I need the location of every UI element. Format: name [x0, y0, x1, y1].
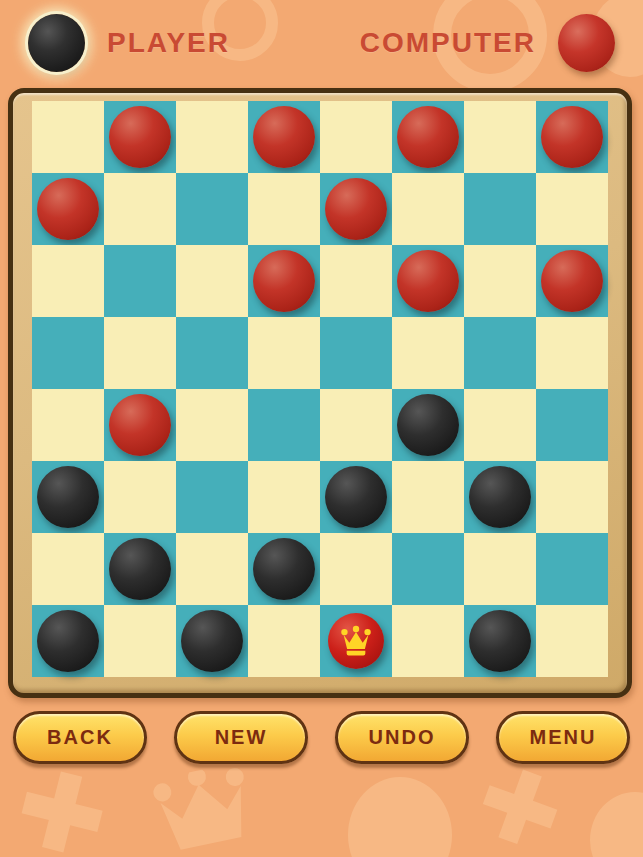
square-d3 [248, 461, 320, 533]
new-button[interactable]: NEW [174, 711, 308, 764]
square-g4 [464, 389, 536, 461]
red-piece[interactable] [541, 106, 603, 168]
square-h8[interactable] [536, 101, 608, 173]
menu-button[interactable]: MENU [496, 711, 630, 764]
square-c8 [176, 101, 248, 173]
background-plus-doodle [462, 752, 577, 857]
square-h4[interactable] [536, 389, 608, 461]
square-f8[interactable] [392, 101, 464, 173]
square-b1 [104, 605, 176, 677]
square-g1[interactable] [464, 605, 536, 677]
player-piece-indicator [28, 14, 85, 72]
red-piece[interactable] [325, 178, 387, 240]
square-b4[interactable] [104, 389, 176, 461]
square-b3 [104, 461, 176, 533]
square-e3[interactable] [320, 461, 392, 533]
square-e1[interactable] [320, 605, 392, 677]
square-g6 [464, 245, 536, 317]
square-c1[interactable] [176, 605, 248, 677]
square-a3[interactable] [32, 461, 104, 533]
square-d8[interactable] [248, 101, 320, 173]
computer-label: COMPUTER [360, 27, 536, 59]
square-a7[interactable] [32, 173, 104, 245]
square-e4 [320, 389, 392, 461]
computer-piece-indicator [558, 14, 615, 72]
square-h6[interactable] [536, 245, 608, 317]
back-button[interactable]: BACK [13, 711, 147, 764]
score-header: PLAYER COMPUTER [0, 0, 643, 86]
square-a6 [32, 245, 104, 317]
square-f3 [392, 461, 464, 533]
square-d7 [248, 173, 320, 245]
black-piece[interactable] [469, 610, 531, 672]
square-d5 [248, 317, 320, 389]
square-d6[interactable] [248, 245, 320, 317]
red-piece[interactable] [109, 106, 171, 168]
square-c6 [176, 245, 248, 317]
square-e7[interactable] [320, 173, 392, 245]
black-piece[interactable] [469, 466, 531, 528]
black-piece[interactable] [109, 538, 171, 600]
background-ellipse-doodle [345, 775, 455, 857]
square-d1 [248, 605, 320, 677]
black-piece[interactable] [325, 466, 387, 528]
square-f1 [392, 605, 464, 677]
square-b8[interactable] [104, 101, 176, 173]
square-h2[interactable] [536, 533, 608, 605]
square-f4[interactable] [392, 389, 464, 461]
player-side: PLAYER [28, 14, 230, 72]
square-f5 [392, 317, 464, 389]
square-a1[interactable] [32, 605, 104, 677]
square-b7 [104, 173, 176, 245]
square-g5[interactable] [464, 317, 536, 389]
square-f6[interactable] [392, 245, 464, 317]
background-ellipse-doodle [585, 790, 643, 857]
square-e8 [320, 101, 392, 173]
red-king-piece[interactable] [328, 613, 384, 669]
button-bar: BACK NEW UNDO MENU [0, 711, 643, 764]
square-h7 [536, 173, 608, 245]
square-e5[interactable] [320, 317, 392, 389]
square-g8 [464, 101, 536, 173]
square-c4 [176, 389, 248, 461]
undo-button[interactable]: UNDO [335, 711, 469, 764]
square-h5 [536, 317, 608, 389]
red-piece[interactable] [397, 106, 459, 168]
square-b6[interactable] [104, 245, 176, 317]
square-b5 [104, 317, 176, 389]
background-plus-doodle [5, 755, 120, 857]
square-e6 [320, 245, 392, 317]
board-grid [32, 101, 608, 677]
red-piece[interactable] [541, 250, 603, 312]
red-piece[interactable] [397, 250, 459, 312]
square-f7 [392, 173, 464, 245]
square-a2 [32, 533, 104, 605]
square-d2[interactable] [248, 533, 320, 605]
square-c5[interactable] [176, 317, 248, 389]
square-f2[interactable] [392, 533, 464, 605]
red-piece[interactable] [253, 106, 315, 168]
square-a5[interactable] [32, 317, 104, 389]
square-d4[interactable] [248, 389, 320, 461]
square-b2[interactable] [104, 533, 176, 605]
square-h3 [536, 461, 608, 533]
red-piece[interactable] [37, 178, 99, 240]
computer-side: COMPUTER [360, 14, 615, 72]
red-piece[interactable] [109, 394, 171, 456]
square-c3[interactable] [176, 461, 248, 533]
square-g2 [464, 533, 536, 605]
black-piece[interactable] [397, 394, 459, 456]
black-piece[interactable] [181, 610, 243, 672]
black-piece[interactable] [37, 466, 99, 528]
background-crown-doodle [142, 760, 268, 857]
square-g3[interactable] [464, 461, 536, 533]
square-g7[interactable] [464, 173, 536, 245]
square-c7[interactable] [176, 173, 248, 245]
black-piece[interactable] [37, 610, 99, 672]
square-a8 [32, 101, 104, 173]
square-c2 [176, 533, 248, 605]
red-piece[interactable] [253, 250, 315, 312]
square-e2 [320, 533, 392, 605]
checkers-board-frame [8, 88, 632, 698]
square-h1 [536, 605, 608, 677]
player-label: PLAYER [107, 27, 230, 59]
black-piece[interactable] [253, 538, 315, 600]
square-a4 [32, 389, 104, 461]
